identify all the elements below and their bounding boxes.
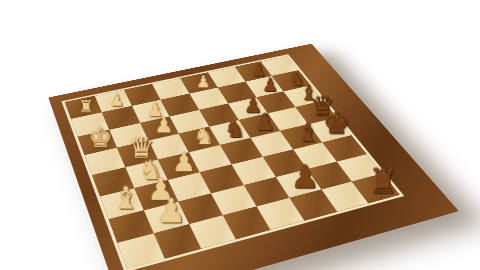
product-photo-chess-set: { "game": "chess", "scene": "wooden waln…: [0, 0, 480, 270]
board-border-line: ♜♟♟♟♟♟♞♚♟♟♝♛♞♞♟♛♞♟♝♚♝♟♟♟♜: [61, 54, 404, 270]
piece-black-pawn-b7[interactable]: ♟: [255, 75, 285, 93]
piece-black-bishop-e7[interactable]: ♝: [291, 119, 324, 145]
piece-white-bishop-f1[interactable]: ♝: [108, 183, 144, 214]
piece-white-king-c1[interactable]: ♚: [84, 124, 117, 151]
piece-white-pawn-a2[interactable]: ♟: [101, 92, 132, 109]
piece-black-knight-d5[interactable]: ♞: [219, 117, 251, 141]
board-frame: ♜♟♟♟♟♟♞♚♟♟♝♛♞♞♟♛♞♟♝♚♝♟♟♟♜: [48, 44, 459, 270]
piece-white-rook-a1[interactable]: ♜: [71, 98, 102, 115]
piece-white-pawn-g2[interactable]: ♟: [153, 195, 190, 229]
piece-black-pawn-g6[interactable]: ♟: [287, 161, 322, 193]
piece-black-pawn-d6[interactable]: ♟: [249, 110, 281, 133]
square-h1[interactable]: [117, 234, 164, 269]
square-a1[interactable]: ♜: [65, 96, 102, 119]
piece-black-rook-h8[interactable]: ♜: [366, 164, 401, 198]
board-tilt-wrapper: ♜♟♟♟♟♟♞♚♟♟♝♛♞♞♟♛♞♟♝♚♝♟♟♟♜: [48, 43, 465, 270]
piece-white-knight-d4[interactable]: ♞: [188, 124, 221, 148]
chessboard[interactable]: ♜♟♟♟♟♟♞♚♟♟♝♛♞♞♟♛♞♟♝♚♝♟♟♟♜: [65, 56, 400, 269]
square-c1[interactable]: ♚: [78, 130, 117, 156]
square-d1[interactable]: [85, 148, 126, 175]
chess-photo-scene: ♜♟♟♟♟♟♞♚♟♟♝♛♞♞♟♛♞♟♝♚♝♟♟♟♜: [78, 0, 398, 270]
piece-black-king-e8[interactable]: ♚: [320, 108, 352, 138]
piece-white-pawn-a5[interactable]: ♟: [188, 74, 218, 90]
